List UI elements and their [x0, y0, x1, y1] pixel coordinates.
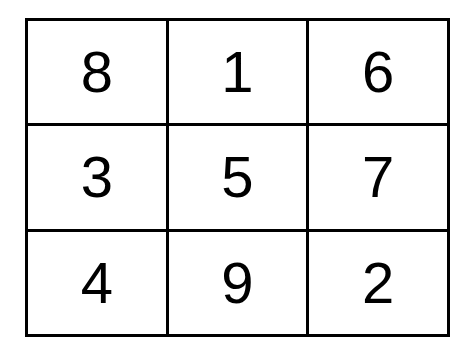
- cell-r0c2: 6: [309, 21, 447, 123]
- cell-r0c0: 8: [28, 21, 166, 123]
- magic-square-grid: 8 1 6 3 5 7 4 9 2: [25, 18, 450, 337]
- cell-r2c0: 4: [28, 232, 166, 334]
- cell-r0c1: 1: [169, 21, 307, 123]
- cell-r1c1: 5: [169, 126, 307, 228]
- magic-square-diagram: 8 1 6 3 5 7 4 9 2: [0, 0, 474, 346]
- cell-r1c2: 7: [309, 126, 447, 228]
- cell-r2c1: 9: [169, 232, 307, 334]
- cell-r1c0: 3: [28, 126, 166, 228]
- cell-r2c2: 2: [309, 232, 447, 334]
